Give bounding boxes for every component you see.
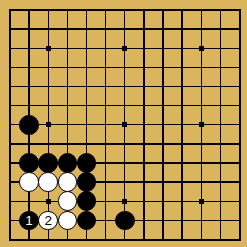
star-point bbox=[46, 199, 51, 204]
white-stone bbox=[38, 172, 58, 192]
go-board[interactable]: 12 bbox=[0, 0, 247, 247]
white-stone bbox=[19, 172, 39, 192]
black-stone bbox=[77, 153, 97, 173]
star-point bbox=[199, 122, 204, 127]
star-point bbox=[199, 46, 204, 51]
black-stone bbox=[38, 153, 58, 173]
go-diagram: 12 bbox=[0, 0, 247, 247]
black-stone bbox=[58, 153, 78, 173]
black-stone bbox=[77, 172, 97, 192]
star-point bbox=[122, 122, 127, 127]
star-point bbox=[199, 199, 204, 204]
black-stone bbox=[115, 211, 135, 231]
white-stone: 2 bbox=[38, 211, 58, 231]
white-stone bbox=[58, 172, 78, 192]
black-stone bbox=[19, 115, 39, 135]
star-point bbox=[46, 122, 51, 127]
black-stone bbox=[19, 153, 39, 173]
white-stone bbox=[58, 191, 78, 211]
move-number-label: 1 bbox=[25, 214, 33, 228]
move-number-label: 2 bbox=[44, 214, 52, 228]
black-stone bbox=[77, 191, 97, 211]
star-point bbox=[46, 46, 51, 51]
star-point bbox=[122, 46, 127, 51]
white-stone bbox=[58, 211, 78, 231]
star-point bbox=[122, 199, 127, 204]
black-stone: 1 bbox=[19, 211, 39, 231]
